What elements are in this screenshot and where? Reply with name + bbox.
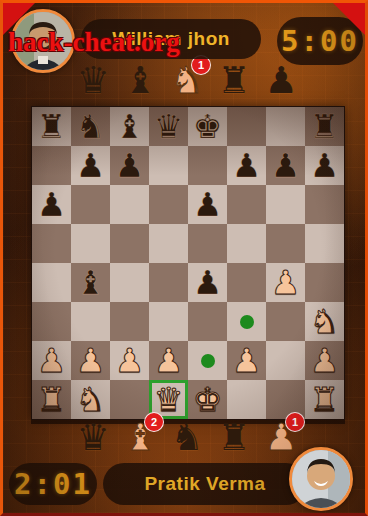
captured-rook-icon: ♜ [217,59,250,103]
square-c6[interactable] [110,185,149,224]
tray-knight-slot: ♞1 [167,57,207,103]
square-b3[interactable] [71,302,110,341]
square-a8[interactable]: ♜ [32,107,71,146]
square-f3[interactable] [227,302,266,341]
square-c7[interactable]: ♟ [110,146,149,185]
tray-rook-slot: ♜ [214,57,254,103]
square-a3[interactable] [32,302,71,341]
square-g6[interactable] [266,185,305,224]
white-pawn-piece: ♟ [232,341,262,380]
square-b4[interactable]: ♝ [71,263,110,302]
square-a7[interactable] [32,146,71,185]
square-b2[interactable]: ♟ [71,341,110,380]
bottom-player-name-pill: Pratik Verma [103,463,307,505]
corner-triangle-top-right [333,3,365,35]
square-e2[interactable] [188,341,227,380]
square-f5[interactable] [227,224,266,263]
bottom-player-time: 2:01 [14,467,92,501]
square-h4[interactable] [305,263,344,302]
black-knight-piece: ♞ [76,107,106,146]
square-d5[interactable] [149,224,188,263]
tray-knight-slot: ♞ [167,414,207,460]
bottom-player-clock: 2:01 [9,463,97,505]
white-pawn-piece: ♟ [154,341,184,380]
black-rook-piece: ♜ [310,107,340,146]
square-e6[interactable]: ♟ [188,185,227,224]
square-g4[interactable]: ♟ [266,263,305,302]
square-a4[interactable] [32,263,71,302]
square-e5[interactable] [188,224,227,263]
black-bishop-piece: ♝ [76,263,106,302]
black-pawn-piece: ♟ [232,146,262,185]
square-g7[interactable]: ♟ [266,146,305,185]
black-queen-piece: ♛ [154,107,184,146]
square-a6[interactable]: ♟ [32,185,71,224]
watermark-text: hack-cheat.org [8,27,180,58]
square-e3[interactable] [188,302,227,341]
square-f7[interactable]: ♟ [227,146,266,185]
square-g8[interactable] [266,107,305,146]
square-c8[interactable]: ♝ [110,107,149,146]
square-h7[interactable]: ♟ [305,146,344,185]
square-c4[interactable] [110,263,149,302]
black-pawn-piece: ♟ [271,146,301,185]
square-c2[interactable]: ♟ [110,341,149,380]
square-b8[interactable]: ♞ [71,107,110,146]
square-d6[interactable] [149,185,188,224]
captured-count-badge: 2 [144,412,164,432]
square-d2[interactable]: ♟ [149,341,188,380]
captured-queen-icon: ♛ [76,416,109,460]
captured-rook-icon: ♜ [217,416,250,460]
tray-rook-slot: ♜ [214,414,254,460]
captured-count-badge: 1 [285,412,305,432]
black-pawn-piece: ♟ [115,146,145,185]
square-b7[interactable]: ♟ [71,146,110,185]
captured-bishop-icon: ♝ [123,59,156,103]
tray-queen-slot: ♛ [73,57,113,103]
square-h5[interactable] [305,224,344,263]
square-h6[interactable] [305,185,344,224]
square-f4[interactable] [227,263,266,302]
captured-knight-icon: ♞ [170,416,203,460]
square-g5[interactable] [266,224,305,263]
square-e7[interactable] [188,146,227,185]
square-b6[interactable] [71,185,110,224]
square-d3[interactable] [149,302,188,341]
square-c3[interactable] [110,302,149,341]
white-pawn-piece: ♟ [76,341,106,380]
tray-bishop-slot: ♝2 [120,414,160,460]
square-c5[interactable] [110,224,149,263]
move-hint-dot[interactable] [201,354,215,368]
white-pawn-piece: ♟ [115,341,145,380]
square-f2[interactable]: ♟ [227,341,266,380]
white-pawn-piece: ♟ [271,263,301,302]
chess-app-screen: William jhon 5:00 ♛♝♞1♜♟ ♜♞♝♛♚♜♟♟♟♟♟♟♟♝♟… [0,0,368,516]
black-pawn-piece: ♟ [193,263,223,302]
square-h2[interactable]: ♟ [305,341,344,380]
captured-pawn-icon: ♟ [264,59,297,103]
tray-bishop-slot: ♝ [120,57,160,103]
tray-queen-slot: ♛ [73,414,113,460]
black-king-piece: ♚ [193,107,223,146]
captured-queen-icon: ♛ [76,59,109,103]
bottom-avatar-image [292,450,350,508]
black-rook-piece: ♜ [37,107,67,146]
bottom-player-name: Pratik Verma [144,473,265,495]
tray-pawn-slot: ♟1 [261,414,301,460]
square-a5[interactable] [32,224,71,263]
black-pawn-piece: ♟ [76,146,106,185]
square-d7[interactable] [149,146,188,185]
chess-board[interactable]: ♜♞♝♛♚♜♟♟♟♟♟♟♟♝♟♟♞♟♟♟♟♟♟♜♞♛♚♜ [31,106,345,420]
black-pawn-piece: ♟ [310,146,340,185]
white-knight-piece: ♞ [310,302,340,341]
square-g3[interactable] [266,302,305,341]
white-pawn-piece: ♟ [37,341,67,380]
square-a2[interactable]: ♟ [32,341,71,380]
move-hint-dot[interactable] [240,315,254,329]
square-b5[interactable] [71,224,110,263]
square-h3[interactable]: ♞ [305,302,344,341]
square-d8[interactable]: ♛ [149,107,188,146]
white-pawn-piece: ♟ [310,341,340,380]
square-d4[interactable] [149,263,188,302]
black-pawn-piece: ♟ [193,185,223,224]
square-g2[interactable] [266,341,305,380]
square-h8[interactable]: ♜ [305,107,344,146]
square-e8[interactable]: ♚ [188,107,227,146]
bottom-player-avatar[interactable] [289,447,353,511]
square-f6[interactable] [227,185,266,224]
square-e4[interactable]: ♟ [188,263,227,302]
black-bishop-piece: ♝ [115,107,145,146]
black-pawn-piece: ♟ [37,185,67,224]
square-f8[interactable] [227,107,266,146]
